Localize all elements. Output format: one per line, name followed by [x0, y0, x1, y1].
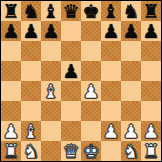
piece-white-pawn[interactable]: ♟: [141, 121, 161, 141]
square-d5[interactable]: ♟: [61, 61, 81, 81]
piece-white-pawn[interactable]: ♟: [101, 121, 121, 141]
square-g1[interactable]: ♞: [121, 141, 141, 161]
square-e2[interactable]: [81, 121, 101, 141]
piece-black-pawn[interactable]: ♟: [121, 21, 141, 41]
piece-black-bishop[interactable]: ♝: [41, 1, 61, 21]
square-d6[interactable]: [61, 41, 81, 61]
square-a1[interactable]: ♜: [1, 141, 21, 161]
piece-white-knight[interactable]: ♞: [121, 141, 141, 161]
square-c1[interactable]: [41, 141, 61, 161]
square-a7[interactable]: ♟: [1, 21, 21, 41]
square-f2[interactable]: ♟: [101, 121, 121, 141]
piece-white-pawn[interactable]: ♟: [121, 121, 141, 141]
piece-white-pawn[interactable]: ♟: [1, 121, 21, 141]
piece-black-bishop[interactable]: ♝: [101, 1, 121, 21]
square-e1[interactable]: ♚: [81, 141, 101, 161]
square-e5[interactable]: [81, 61, 101, 81]
square-g6[interactable]: [121, 41, 141, 61]
square-f8[interactable]: ♝: [101, 1, 121, 21]
piece-black-pawn[interactable]: ♟: [101, 21, 121, 41]
square-a3[interactable]: [1, 101, 21, 121]
piece-black-knight[interactable]: ♞: [21, 1, 41, 21]
piece-white-king[interactable]: ♚: [81, 141, 101, 161]
piece-white-bishop[interactable]: ♝: [41, 81, 61, 101]
piece-black-rook[interactable]: ♜: [1, 1, 21, 21]
square-a4[interactable]: [1, 81, 21, 101]
square-b5[interactable]: [21, 61, 41, 81]
square-d1[interactable]: ♛: [61, 141, 81, 161]
square-f4[interactable]: [101, 81, 121, 101]
square-d4[interactable]: [61, 81, 81, 101]
square-b8[interactable]: ♞: [21, 1, 41, 21]
square-d7[interactable]: [61, 21, 81, 41]
square-c2[interactable]: [41, 121, 61, 141]
piece-white-bishop[interactable]: ♝: [21, 121, 41, 141]
square-h8[interactable]: ♜: [141, 1, 161, 21]
piece-black-king[interactable]: ♚: [81, 1, 101, 21]
square-g3[interactable]: [121, 101, 141, 121]
square-h2[interactable]: ♟: [141, 121, 161, 141]
piece-black-pawn[interactable]: ♟: [1, 21, 21, 41]
square-b2[interactable]: ♝: [21, 121, 41, 141]
piece-white-queen[interactable]: ♛: [61, 141, 81, 161]
square-b6[interactable]: [21, 41, 41, 61]
square-a6[interactable]: [1, 41, 21, 61]
square-g7[interactable]: ♟: [121, 21, 141, 41]
square-b4[interactable]: [21, 81, 41, 101]
piece-black-pawn[interactable]: ♟: [41, 21, 61, 41]
square-f5[interactable]: [101, 61, 121, 81]
square-h1[interactable]: ♜: [141, 141, 161, 161]
piece-black-queen[interactable]: ♛: [61, 1, 81, 21]
piece-black-rook[interactable]: ♜: [141, 1, 161, 21]
square-f6[interactable]: [101, 41, 121, 61]
piece-black-knight[interactable]: ♞: [121, 1, 141, 21]
square-d8[interactable]: ♛: [61, 1, 81, 21]
square-b1[interactable]: ♞: [21, 141, 41, 161]
piece-white-rook[interactable]: ♜: [1, 141, 21, 161]
square-a8[interactable]: ♜: [1, 1, 21, 21]
square-h3[interactable]: [141, 101, 161, 121]
board-frame: ♜♞♝♛♚♝♞♜♟♟♟♟♟♟♟♝♟♟♝♟♟♟♜♞♛♚♞♜: [0, 0, 162, 162]
square-c8[interactable]: ♝: [41, 1, 61, 21]
square-h4[interactable]: [141, 81, 161, 101]
square-g2[interactable]: ♟: [121, 121, 141, 141]
square-f7[interactable]: ♟: [101, 21, 121, 41]
piece-white-rook[interactable]: ♜: [141, 141, 161, 161]
square-f3[interactable]: [101, 101, 121, 121]
piece-black-pawn[interactable]: ♟: [61, 61, 81, 81]
piece-black-pawn[interactable]: ♟: [21, 21, 41, 41]
square-h7[interactable]: ♟: [141, 21, 161, 41]
square-e3[interactable]: [81, 101, 101, 121]
chess-board: ♜♞♝♛♚♝♞♜♟♟♟♟♟♟♟♝♟♟♝♟♟♟♜♞♛♚♞♜: [1, 1, 161, 161]
square-g8[interactable]: ♞: [121, 1, 141, 21]
square-b3[interactable]: [21, 101, 41, 121]
square-g5[interactable]: [121, 61, 141, 81]
square-d3[interactable]: [61, 101, 81, 121]
square-b7[interactable]: ♟: [21, 21, 41, 41]
square-h5[interactable]: [141, 61, 161, 81]
square-f1[interactable]: [101, 141, 121, 161]
square-d2[interactable]: [61, 121, 81, 141]
square-a5[interactable]: [1, 61, 21, 81]
square-c7[interactable]: ♟: [41, 21, 61, 41]
square-e6[interactable]: [81, 41, 101, 61]
square-e4[interactable]: ♟: [81, 81, 101, 101]
square-c6[interactable]: [41, 41, 61, 61]
piece-white-knight[interactable]: ♞: [21, 141, 41, 161]
square-c5[interactable]: [41, 61, 61, 81]
square-a2[interactable]: ♟: [1, 121, 21, 141]
square-c3[interactable]: [41, 101, 61, 121]
square-h6[interactable]: [141, 41, 161, 61]
square-g4[interactable]: [121, 81, 141, 101]
piece-white-pawn[interactable]: ♟: [81, 81, 101, 101]
piece-black-pawn[interactable]: ♟: [141, 21, 161, 41]
square-e8[interactable]: ♚: [81, 1, 101, 21]
square-c4[interactable]: ♝: [41, 81, 61, 101]
square-e7[interactable]: [81, 21, 101, 41]
